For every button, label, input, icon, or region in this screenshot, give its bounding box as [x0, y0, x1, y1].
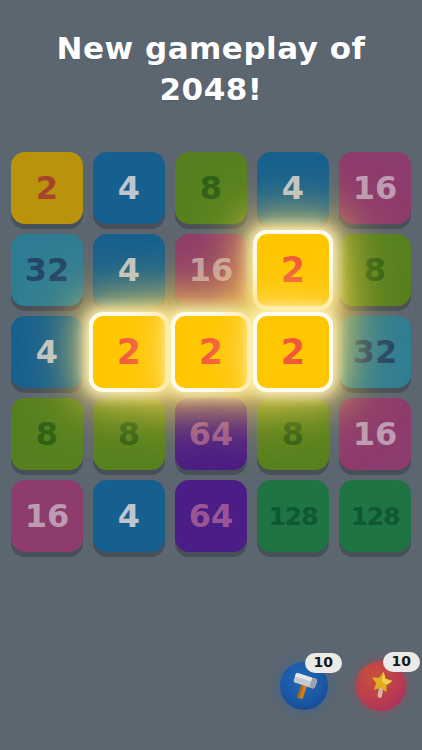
title-line-2: 2048!	[160, 71, 263, 107]
hammer-count-badge: 10	[305, 653, 342, 673]
tile-r3c4-value-2-highlighted[interactable]: 2	[253, 312, 333, 392]
page-title: New gameplay of2048!	[0, 28, 422, 110]
wand-powerup-button[interactable]: 10	[356, 661, 406, 711]
game-board: 2484163241628422232886481616464128128	[11, 152, 411, 552]
tile-r2c3-value-16[interactable]: 16	[175, 234, 247, 306]
tile-r2c5-value-8[interactable]: 8	[339, 234, 411, 306]
tile-r1c3-value-8[interactable]: 8	[175, 152, 247, 224]
title-line-1: New gameplay of	[57, 30, 366, 66]
tile-r3c2-value-2-highlighted[interactable]: 2	[89, 312, 169, 392]
tile-r4c2-value-8[interactable]: 8	[93, 398, 165, 470]
tile-r2c4-value-2-highlighted[interactable]: 2	[253, 230, 333, 310]
tile-r1c4-value-4[interactable]: 4	[257, 152, 329, 224]
tile-r3c3-value-2-highlighted[interactable]: 2	[171, 312, 251, 392]
tile-r1c1-value-2[interactable]: 2	[11, 152, 83, 224]
hammer-powerup-button[interactable]: 10	[280, 662, 328, 710]
tile-r5c5-value-128[interactable]: 128	[339, 480, 411, 552]
tile-r2c1-value-32[interactable]: 32	[11, 234, 83, 306]
tile-r3c5-value-32[interactable]: 32	[339, 316, 411, 388]
tile-r5c3-value-64[interactable]: 64	[175, 480, 247, 552]
tile-r3c1-value-4[interactable]: 4	[11, 316, 83, 388]
wand-count-badge: 10	[383, 652, 420, 672]
tile-r5c1-value-16[interactable]: 16	[11, 480, 83, 552]
tile-r4c5-value-16[interactable]: 16	[339, 398, 411, 470]
tile-r4c3-value-64[interactable]: 64	[175, 398, 247, 470]
tile-r5c4-value-128[interactable]: 128	[257, 480, 329, 552]
tile-r4c1-value-8[interactable]: 8	[11, 398, 83, 470]
game-screen: New gameplay of2048! 2484163241628422232…	[0, 0, 422, 750]
tile-r1c2-value-4[interactable]: 4	[93, 152, 165, 224]
tile-r1c5-value-16[interactable]: 16	[339, 152, 411, 224]
tile-r4c4-value-8[interactable]: 8	[257, 398, 329, 470]
tile-r2c2-value-4[interactable]: 4	[93, 234, 165, 306]
tile-r5c2-value-4[interactable]: 4	[93, 480, 165, 552]
